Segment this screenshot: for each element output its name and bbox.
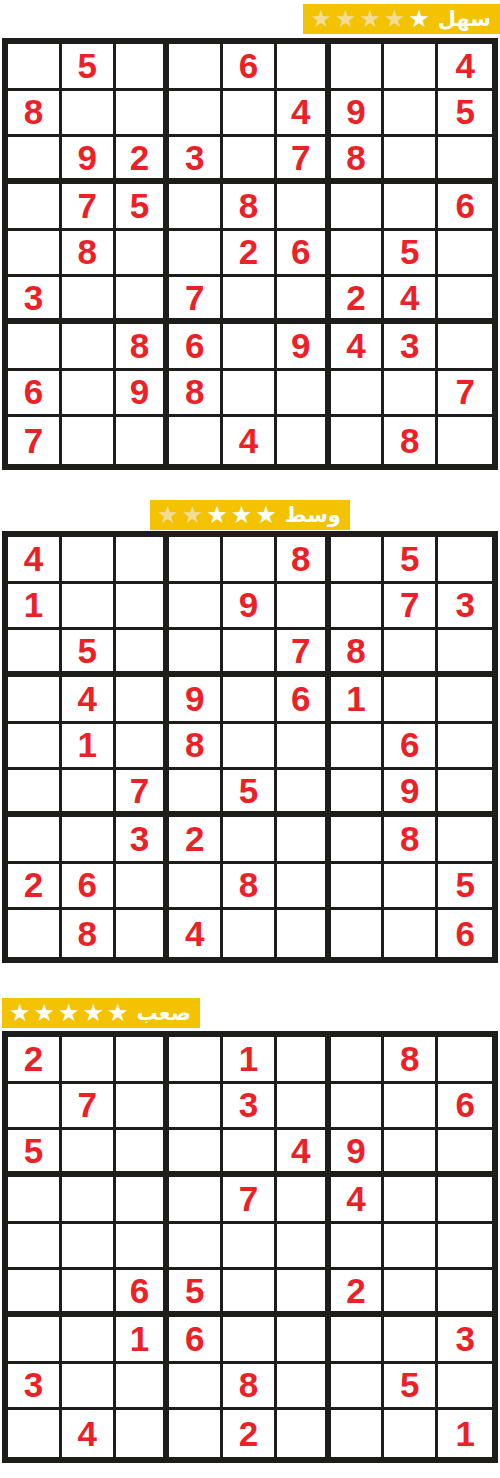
sudoku-cell-r6c7[interactable]: 2 (331, 1270, 385, 1317)
sudoku-cell-r7c3[interactable]: 1 (116, 1317, 170, 1364)
sudoku-cell-r2c2[interactable]: 7 (62, 1084, 116, 1131)
sudoku-cell-r7c7[interactable] (331, 817, 385, 864)
sudoku-cell-r3c3[interactable] (116, 630, 170, 677)
sudoku-cell-r5c2[interactable]: 8 (62, 231, 116, 278)
sudoku-cell-r4c4[interactable] (169, 184, 223, 231)
sudoku-cell-r3c7[interactable]: 8 (331, 137, 385, 184)
sudoku-cell-r4c8[interactable] (384, 1177, 438, 1224)
sudoku-cell-r8c8[interactable] (384, 371, 438, 418)
sudoku-cell-r8c4[interactable] (169, 864, 223, 911)
sudoku-cell-r1c4[interactable] (169, 44, 223, 91)
sudoku-cell-r5c3[interactable] (116, 1224, 170, 1271)
sudoku-cell-r3c3[interactable]: 2 (116, 137, 170, 184)
sudoku-cell-r2c3[interactable] (116, 1084, 170, 1131)
sudoku-cell-r1c7[interactable] (331, 537, 385, 584)
sudoku-cell-r5c8[interactable]: 5 (384, 231, 438, 278)
sudoku-cell-r4c9[interactable] (438, 677, 492, 724)
sudoku-cell-r8c8[interactable]: 5 (384, 1364, 438, 1411)
sudoku-cell-r6c2[interactable] (62, 277, 116, 324)
sudoku-cell-r8c6[interactable] (277, 1364, 331, 1411)
sudoku-cell-r8c2[interactable] (62, 1364, 116, 1411)
sudoku-cell-r3c9[interactable] (438, 1130, 492, 1177)
sudoku-cell-r6c8[interactable] (384, 1270, 438, 1317)
sudoku-cell-r3c6[interactable]: 7 (277, 137, 331, 184)
sudoku-cell-r4c6[interactable]: 6 (277, 677, 331, 724)
star-filled-icon: ★ (34, 1001, 56, 1025)
sudoku-cell-r3c4[interactable]: 3 (169, 137, 223, 184)
sudoku-section-hard: ★★★★★ صعب 21873654974652163385421 (0, 998, 500, 1463)
sudoku-cell-r2c6[interactable] (277, 584, 331, 631)
sudoku-cell-r9c4[interactable]: 4 (169, 910, 223, 957)
sudoku-cell-r7c7[interactable] (331, 1317, 385, 1364)
star-filled-icon: ★ (408, 7, 430, 31)
sudoku-cell-r2c3[interactable] (116, 584, 170, 631)
sudoku-cell-r1c7[interactable] (331, 1037, 385, 1084)
sudoku-cell-r8c4[interactable]: 8 (169, 371, 223, 418)
sudoku-cell-r8c6[interactable] (277, 864, 331, 911)
sudoku-cell-r3c5[interactable] (223, 630, 277, 677)
sudoku-cell-r2c9[interactable]: 5 (438, 91, 492, 138)
sudoku-cell-r6c5[interactable]: 5 (223, 770, 277, 817)
sudoku-cell-r5c1[interactable] (8, 1224, 62, 1271)
sudoku-cell-r9c7[interactable] (331, 1410, 385, 1457)
sudoku-cell-r1c8[interactable]: 8 (384, 1037, 438, 1084)
sudoku-cell-r1c6[interactable] (277, 1037, 331, 1084)
sudoku-cell-r1c6[interactable]: 8 (277, 537, 331, 584)
star-filled-icon: ★ (9, 1001, 31, 1025)
sudoku-cell-r7c2[interactable] (62, 324, 116, 371)
sudoku-cell-r2c6[interactable]: 4 (277, 91, 331, 138)
sudoku-cell-r5c2[interactable]: 1 (62, 724, 116, 771)
sudoku-cell-r7c5[interactable] (223, 1317, 277, 1364)
sudoku-cell-r7c4[interactable]: 2 (169, 817, 223, 864)
sudoku-cell-r9c8[interactable]: 8 (384, 417, 438, 464)
sudoku-cell-r2c6[interactable] (277, 1084, 331, 1131)
sudoku-cell-r8c3[interactable]: 9 (116, 371, 170, 418)
sudoku-cell-r6c1[interactable] (8, 1270, 62, 1317)
sudoku-cell-r9c9[interactable] (438, 417, 492, 464)
sudoku-cell-r7c4[interactable]: 6 (169, 324, 223, 371)
star-empty-icon: ★ (182, 503, 204, 527)
sudoku-cell-r5c7[interactable] (331, 231, 385, 278)
sudoku-cell-r7c1[interactable] (8, 324, 62, 371)
sudoku-cell-r2c2[interactable] (62, 91, 116, 138)
sudoku-cell-r3c3[interactable] (116, 1130, 170, 1177)
sudoku-cell-r4c7[interactable]: 1 (331, 677, 385, 724)
sudoku-cell-r8c7[interactable] (331, 864, 385, 911)
sudoku-cell-r1c8[interactable]: 5 (384, 537, 438, 584)
banner-row-medium: ★★★★★ وسط (0, 500, 500, 530)
sudoku-cell-r4c1[interactable] (8, 677, 62, 724)
sudoku-cell-r3c5[interactable] (223, 1130, 277, 1177)
difficulty-label: سهل (438, 9, 491, 30)
sudoku-cell-r6c2[interactable] (62, 1270, 116, 1317)
sudoku-cell-r2c5[interactable]: 3 (223, 1084, 277, 1131)
sudoku-cell-r5c6[interactable] (277, 724, 331, 771)
sudoku-cell-r4c8[interactable] (384, 184, 438, 231)
sudoku-cell-r6c6[interactable] (277, 770, 331, 817)
sudoku-cell-r1c7[interactable] (331, 44, 385, 91)
sudoku-cell-r7c5[interactable] (223, 324, 277, 371)
sudoku-cell-r1c9[interactable] (438, 537, 492, 584)
difficulty-stars: ★★★★★ (310, 7, 430, 31)
sudoku-cell-r6c9[interactable] (438, 1270, 492, 1317)
sudoku-cell-r5c4[interactable] (169, 231, 223, 278)
sudoku-cell-r5c4[interactable]: 8 (169, 724, 223, 771)
sudoku-cell-r5c9[interactable] (438, 231, 492, 278)
sudoku-cell-r4c1[interactable] (8, 184, 62, 231)
sudoku-cell-r4c1[interactable] (8, 1177, 62, 1224)
sudoku-cell-r3c7[interactable]: 8 (331, 630, 385, 677)
sudoku-cell-r1c5[interactable]: 6 (223, 44, 277, 91)
sudoku-cell-r4c3[interactable] (116, 677, 170, 724)
sudoku-cell-r5c9[interactable] (438, 724, 492, 771)
sudoku-cell-r6c1[interactable]: 3 (8, 277, 62, 324)
difficulty-banner-medium: ★★★★★ وسط (150, 500, 350, 530)
sudoku-grid-hard: 21873654974652163385421 (2, 1031, 498, 1463)
sudoku-cell-r1c2[interactable] (62, 1037, 116, 1084)
sudoku-cell-r8c6[interactable] (277, 371, 331, 418)
sudoku-cell-r8c3[interactable] (116, 864, 170, 911)
sudoku-cell-r6c6[interactable] (277, 1270, 331, 1317)
sudoku-cell-r6c4[interactable]: 7 (169, 277, 223, 324)
sudoku-cell-r4c6[interactable] (277, 1177, 331, 1224)
sudoku-cell-r6c5[interactable] (223, 277, 277, 324)
sudoku-cell-r3c4[interactable] (169, 630, 223, 677)
sudoku-grid-easy: 564849592378758682653724869436987748 (2, 38, 498, 470)
sudoku-cell-r7c7[interactable]: 4 (331, 324, 385, 371)
star-empty-icon: ★ (157, 503, 179, 527)
banner-row-easy: ★★★★★ سهل (0, 0, 500, 34)
sudoku-cell-r3c9[interactable] (438, 137, 492, 184)
sudoku-cell-r8c5[interactable] (223, 371, 277, 418)
sudoku-cell-r8c1[interactable]: 6 (8, 371, 62, 418)
sudoku-cell-r6c9[interactable] (438, 277, 492, 324)
sudoku-cell-r9c4[interactable] (169, 1410, 223, 1457)
sudoku-cell-r5c8[interactable]: 6 (384, 724, 438, 771)
sudoku-cell-r1c4[interactable] (169, 1037, 223, 1084)
banner-row-hard: ★★★★★ صعب (0, 998, 500, 1028)
sudoku-cell-r2c5[interactable]: 9 (223, 584, 277, 631)
sudoku-cell-r9c3[interactable] (116, 1410, 170, 1457)
sudoku-grid-medium: 485197357849611867593282685846 (2, 531, 498, 963)
sudoku-cell-r8c5[interactable]: 8 (223, 864, 277, 911)
sudoku-cell-r4c5[interactable]: 8 (223, 184, 277, 231)
sudoku-cell-r7c9[interactable]: 3 (438, 1317, 492, 1364)
sudoku-cell-r6c6[interactable] (277, 277, 331, 324)
star-filled-icon: ★ (58, 1001, 80, 1025)
sudoku-cell-r9c5[interactable]: 2 (223, 1410, 277, 1457)
sudoku-cell-r6c4[interactable]: 5 (169, 1270, 223, 1317)
sudoku-cell-r1c9[interactable]: 4 (438, 44, 492, 91)
sudoku-cell-r6c8[interactable]: 9 (384, 770, 438, 817)
difficulty-stars: ★★★★★ (157, 503, 277, 527)
sudoku-cell-r4c7[interactable]: 4 (331, 1177, 385, 1224)
sudoku-cell-r3c9[interactable] (438, 630, 492, 677)
sudoku-cell-r2c7[interactable] (331, 1084, 385, 1131)
sudoku-cell-r4c2[interactable]: 4 (62, 677, 116, 724)
sudoku-cell-r7c8[interactable]: 8 (384, 817, 438, 864)
sudoku-cell-r3c5[interactable] (223, 137, 277, 184)
sudoku-cell-r2c8[interactable] (384, 91, 438, 138)
sudoku-cell-r2c4[interactable] (169, 91, 223, 138)
sudoku-cell-r1c2[interactable] (62, 537, 116, 584)
sudoku-cell-r3c2[interactable] (62, 1130, 116, 1177)
sudoku-cell-r6c4[interactable] (169, 770, 223, 817)
sudoku-cell-r5c7[interactable] (331, 724, 385, 771)
sudoku-cell-r8c9[interactable]: 7 (438, 371, 492, 418)
sudoku-cell-r5c4[interactable] (169, 1224, 223, 1271)
sudoku-cell-r1c4[interactable] (169, 537, 223, 584)
sudoku-cell-r5c2[interactable] (62, 1224, 116, 1271)
sudoku-cell-r7c6[interactable] (277, 1317, 331, 1364)
sudoku-cell-r9c1[interactable]: 7 (8, 417, 62, 464)
sudoku-cell-r8c7[interactable] (331, 371, 385, 418)
sudoku-cell-r9c5[interactable]: 4 (223, 417, 277, 464)
sudoku-cell-r6c1[interactable] (8, 770, 62, 817)
sudoku-cell-r7c4[interactable]: 6 (169, 1317, 223, 1364)
sudoku-cell-r1c3[interactable] (116, 537, 170, 584)
sudoku-cell-r1c3[interactable] (116, 1037, 170, 1084)
sudoku-cell-r3c8[interactable] (384, 137, 438, 184)
sudoku-cell-r9c8[interactable] (384, 1410, 438, 1457)
sudoku-cell-r4c3[interactable]: 5 (116, 184, 170, 231)
sudoku-cell-r7c6[interactable]: 9 (277, 324, 331, 371)
sudoku-cell-r2c1[interactable]: 8 (8, 91, 62, 138)
sudoku-cell-r7c5[interactable] (223, 817, 277, 864)
sudoku-cell-r9c3[interactable] (116, 910, 170, 957)
sudoku-cell-r4c5[interactable]: 7 (223, 1177, 277, 1224)
sudoku-cell-r9c7[interactable] (331, 910, 385, 957)
sudoku-section-medium: ★★★★★ وسط 485197357849611867593282685846 (0, 500, 500, 963)
sudoku-cell-r7c6[interactable] (277, 817, 331, 864)
sudoku-page: ★★★★★ سهل 564849592378758682653724869436… (0, 0, 500, 1471)
sudoku-cell-r3c1[interactable]: 5 (8, 1130, 62, 1177)
sudoku-cell-r1c5[interactable] (223, 537, 277, 584)
sudoku-cell-r1c6[interactable] (277, 44, 331, 91)
sudoku-cell-r2c1[interactable]: 1 (8, 584, 62, 631)
sudoku-cell-r8c1[interactable]: 2 (8, 864, 62, 911)
sudoku-cell-r2c9[interactable]: 6 (438, 1084, 492, 1131)
sudoku-cell-r2c9[interactable]: 3 (438, 584, 492, 631)
sudoku-cell-r8c2[interactable] (62, 371, 116, 418)
difficulty-label: صعب (137, 1003, 191, 1024)
sudoku-cell-r7c1[interactable] (8, 817, 62, 864)
sudoku-cell-r1c2[interactable]: 5 (62, 44, 116, 91)
sudoku-cell-r8c3[interactable] (116, 1364, 170, 1411)
sudoku-cell-r9c1[interactable] (8, 910, 62, 957)
sudoku-cell-r6c7[interactable] (331, 770, 385, 817)
star-filled-icon: ★ (107, 1001, 129, 1025)
sudoku-cell-r4c4[interactable] (169, 1177, 223, 1224)
sudoku-cell-r9c5[interactable] (223, 910, 277, 957)
sudoku-cell-r2c5[interactable] (223, 91, 277, 138)
sudoku-cell-r6c8[interactable]: 4 (384, 277, 438, 324)
difficulty-stars: ★★★★★ (9, 1001, 129, 1025)
sudoku-cell-r7c9[interactable] (438, 817, 492, 864)
difficulty-label: وسط (285, 505, 341, 526)
sudoku-cell-r3c1[interactable] (8, 630, 62, 677)
star-filled-icon: ★ (83, 1001, 105, 1025)
sudoku-cell-r2c1[interactable] (8, 1084, 62, 1131)
sudoku-cell-r5c9[interactable] (438, 1224, 492, 1271)
sudoku-cell-r2c2[interactable] (62, 584, 116, 631)
sudoku-cell-r7c8[interactable]: 3 (384, 324, 438, 371)
sudoku-cell-r5c6[interactable] (277, 1224, 331, 1271)
sudoku-cell-r8c8[interactable] (384, 864, 438, 911)
star-filled-icon: ★ (206, 503, 228, 527)
sudoku-cell-r7c3[interactable]: 3 (116, 817, 170, 864)
sudoku-cell-r4c6[interactable] (277, 184, 331, 231)
sudoku-cell-r2c4[interactable] (169, 584, 223, 631)
sudoku-cell-r5c7[interactable] (331, 1224, 385, 1271)
sudoku-cell-r7c9[interactable] (438, 324, 492, 371)
star-empty-icon: ★ (384, 7, 406, 31)
sudoku-cell-r3c6[interactable]: 4 (277, 1130, 331, 1177)
sudoku-cell-r9c2[interactable]: 4 (62, 1410, 116, 1457)
sudoku-cell-r9c9[interactable]: 6 (438, 910, 492, 957)
star-filled-icon: ★ (231, 503, 253, 527)
sudoku-cell-r5c3[interactable] (116, 724, 170, 771)
sudoku-cell-r3c4[interactable] (169, 1130, 223, 1177)
sudoku-cell-r8c2[interactable]: 6 (62, 864, 116, 911)
sudoku-section-easy: ★★★★★ سهل 564849592378758682653724869436… (0, 0, 500, 470)
difficulty-banner-easy: ★★★★★ سهل (303, 4, 500, 34)
sudoku-cell-r7c8[interactable] (384, 1317, 438, 1364)
sudoku-cell-r2c3[interactable] (116, 91, 170, 138)
sudoku-cell-r7c2[interactable] (62, 1317, 116, 1364)
sudoku-cell-r3c1[interactable] (8, 137, 62, 184)
sudoku-cell-r3c2[interactable]: 9 (62, 137, 116, 184)
sudoku-cell-r1c1[interactable]: 2 (8, 1037, 62, 1084)
sudoku-cell-r5c6[interactable]: 6 (277, 231, 331, 278)
sudoku-cell-r2c8[interactable]: 7 (384, 584, 438, 631)
sudoku-cell-r5c3[interactable] (116, 231, 170, 278)
sudoku-cell-r2c8[interactable] (384, 1084, 438, 1131)
sudoku-cell-r9c7[interactable] (331, 417, 385, 464)
sudoku-cell-r4c2[interactable]: 7 (62, 184, 116, 231)
sudoku-cell-r4c9[interactable]: 6 (438, 184, 492, 231)
sudoku-cell-r6c3[interactable]: 7 (116, 770, 170, 817)
sudoku-cell-r2c4[interactable] (169, 1084, 223, 1131)
sudoku-cell-r1c5[interactable]: 1 (223, 1037, 277, 1084)
sudoku-cell-r9c2[interactable] (62, 417, 116, 464)
sudoku-cell-r5c1[interactable] (8, 231, 62, 278)
sudoku-cell-r2c7[interactable] (331, 584, 385, 631)
sudoku-cell-r6c7[interactable]: 2 (331, 277, 385, 324)
sudoku-cell-r3c8[interactable] (384, 630, 438, 677)
sudoku-cell-r9c9[interactable]: 1 (438, 1410, 492, 1457)
sudoku-cell-r8c4[interactable] (169, 1364, 223, 1411)
star-empty-icon: ★ (359, 7, 381, 31)
sudoku-cell-r1c9[interactable] (438, 1037, 492, 1084)
sudoku-cell-r8c9[interactable] (438, 1364, 492, 1411)
sudoku-cell-r4c3[interactable] (116, 1177, 170, 1224)
sudoku-cell-r1c3[interactable] (116, 44, 170, 91)
star-empty-icon: ★ (310, 7, 332, 31)
sudoku-cell-r1c8[interactable] (384, 44, 438, 91)
sudoku-cell-r5c8[interactable] (384, 1224, 438, 1271)
sudoku-cell-r9c1[interactable] (8, 1410, 62, 1457)
sudoku-cell-r9c8[interactable] (384, 910, 438, 957)
sudoku-cell-r9c6[interactable] (277, 1410, 331, 1457)
sudoku-cell-r7c1[interactable] (8, 1317, 62, 1364)
sudoku-cell-r6c3[interactable]: 6 (116, 1270, 170, 1317)
sudoku-cell-r1c1[interactable] (8, 44, 62, 91)
sudoku-cell-r9c6[interactable] (277, 910, 331, 957)
sudoku-cell-r4c7[interactable] (331, 184, 385, 231)
sudoku-cell-r4c5[interactable] (223, 677, 277, 724)
sudoku-cell-r4c8[interactable] (384, 677, 438, 724)
sudoku-cell-r8c9[interactable]: 5 (438, 864, 492, 911)
sudoku-cell-r5c1[interactable] (8, 724, 62, 771)
sudoku-cell-r4c4[interactable]: 9 (169, 677, 223, 724)
sudoku-cell-r6c9[interactable] (438, 770, 492, 817)
sudoku-cell-r6c2[interactable] (62, 770, 116, 817)
sudoku-cell-r6c5[interactable] (223, 1270, 277, 1317)
sudoku-cell-r9c3[interactable] (116, 417, 170, 464)
sudoku-cell-r8c7[interactable] (331, 1364, 385, 1411)
sudoku-cell-r4c2[interactable] (62, 1177, 116, 1224)
sudoku-cell-r1c1[interactable]: 4 (8, 537, 62, 584)
sudoku-cell-r3c2[interactable]: 5 (62, 630, 116, 677)
sudoku-cell-r3c6[interactable]: 7 (277, 630, 331, 677)
sudoku-cell-r8c1[interactable]: 3 (8, 1364, 62, 1411)
sudoku-cell-r8c5[interactable]: 8 (223, 1364, 277, 1411)
star-empty-icon: ★ (335, 7, 357, 31)
difficulty-banner-hard: ★★★★★ صعب (2, 998, 200, 1028)
star-filled-icon: ★ (255, 503, 277, 527)
sudoku-cell-r5c5[interactable] (223, 1224, 277, 1271)
sudoku-cell-r9c2[interactable]: 8 (62, 910, 116, 957)
sudoku-cell-r2c7[interactable]: 9 (331, 91, 385, 138)
sudoku-cell-r7c3[interactable]: 8 (116, 324, 170, 371)
sudoku-cell-r5c5[interactable]: 2 (223, 231, 277, 278)
sudoku-cell-r4c9[interactable] (438, 1177, 492, 1224)
sudoku-cell-r6c3[interactable] (116, 277, 170, 324)
sudoku-cell-r3c7[interactable]: 9 (331, 1130, 385, 1177)
sudoku-cell-r3c8[interactable] (384, 1130, 438, 1177)
sudoku-cell-r9c6[interactable] (277, 417, 331, 464)
sudoku-cell-r5c5[interactable] (223, 724, 277, 771)
sudoku-cell-r7c2[interactable] (62, 817, 116, 864)
sudoku-cell-r9c4[interactable] (169, 417, 223, 464)
